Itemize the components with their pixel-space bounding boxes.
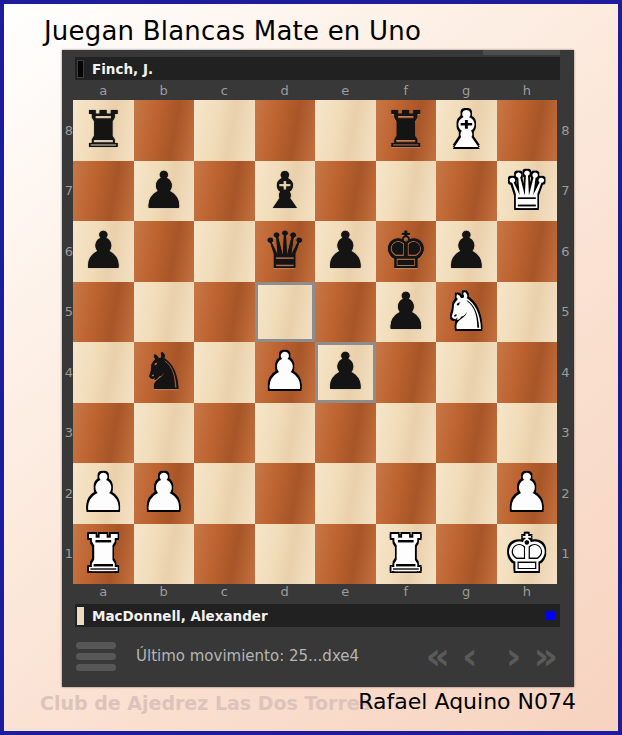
white-bishop-g8[interactable]: ♝ (443, 100, 489, 160)
square-f4[interactable] (376, 342, 437, 403)
coord-label-a: a (73, 584, 134, 601)
white-knight-g5[interactable]: ♞ (443, 282, 489, 342)
square-b8[interactable] (134, 100, 195, 161)
coord-label-e: e (315, 584, 376, 601)
square-h8[interactable] (497, 100, 558, 161)
coord-label-6: 6 (62, 244, 73, 259)
black-side-indicator (77, 60, 84, 78)
nav-first-button[interactable]: « (426, 637, 451, 675)
square-c4[interactable] (194, 342, 255, 403)
square-e4[interactable]: ♟ (315, 342, 376, 403)
black-queen-d6[interactable]: ♛ (262, 221, 308, 281)
file-labels-top: abcdefgh (73, 80, 557, 100)
square-g7[interactable] (436, 161, 497, 222)
black-rook-a8[interactable]: ♜ (80, 100, 126, 160)
panel-top-strip (483, 50, 560, 55)
square-f7[interactable] (376, 161, 437, 222)
square-g3[interactable] (436, 403, 497, 464)
coord-label-4: 4 (62, 365, 73, 380)
square-g5[interactable]: ♞ (436, 282, 497, 343)
square-f2[interactable] (376, 463, 437, 524)
square-b3[interactable] (134, 403, 195, 464)
nav-previous-button[interactable]: ‹ (462, 637, 478, 675)
coord-label-e: e (315, 80, 376, 102)
coord-label-1: 1 (62, 546, 73, 561)
coord-label-b: b (134, 584, 195, 601)
white-pawn-d4[interactable]: ♟ (262, 342, 308, 402)
coord-label-h: h (497, 584, 558, 601)
square-a8[interactable]: ♜ (73, 100, 134, 161)
square-g6[interactable]: ♟ (436, 221, 497, 282)
white-pawn-a2[interactable]: ♟ (80, 463, 126, 523)
black-rook-f8[interactable]: ♜ (383, 100, 429, 160)
club-watermark: Club de Ajedrez Las Dos Torres (40, 692, 371, 714)
coord-label-8: 8 (557, 123, 574, 138)
coord-label-f: f (376, 584, 437, 601)
white-pawn-h2[interactable]: ♟ (504, 463, 550, 523)
square-h6[interactable] (497, 221, 558, 282)
black-bishop-d7[interactable]: ♝ (262, 161, 308, 221)
square-g4[interactable] (436, 342, 497, 403)
white-side-indicator (77, 607, 84, 625)
square-h4[interactable] (497, 342, 558, 403)
square-c5[interactable] (194, 282, 255, 343)
move-bar: Último movimiento: 25...dxe4 « ‹ › » (62, 630, 574, 682)
square-f5[interactable]: ♟ (376, 282, 437, 343)
square-a4[interactable] (73, 342, 134, 403)
coord-label-5: 5 (557, 304, 574, 319)
square-e7[interactable] (315, 161, 376, 222)
page-title: Juegan Blancas Mate en Uno (44, 16, 421, 46)
black-knight-b4[interactable]: ♞ (141, 342, 187, 402)
coord-label-d: d (255, 80, 316, 102)
square-a1[interactable]: ♜ (73, 524, 134, 585)
square-b5[interactable] (134, 282, 195, 343)
square-a3[interactable] (73, 403, 134, 464)
black-pawn-g6[interactable]: ♟ (443, 221, 489, 281)
square-h5[interactable] (497, 282, 558, 343)
turn-indicator (546, 611, 555, 620)
coord-label-h: h (497, 80, 558, 102)
square-a7[interactable] (73, 161, 134, 222)
black-player-name: Finch, J. (92, 61, 153, 77)
square-b1[interactable] (134, 524, 195, 585)
coord-label-3: 3 (557, 425, 574, 440)
square-e6[interactable]: ♟ (315, 221, 376, 282)
square-h7[interactable]: ♛ (497, 161, 558, 222)
square-g8[interactable]: ♝ (436, 100, 497, 161)
coord-label-2: 2 (62, 486, 73, 501)
white-queen-h7[interactable]: ♛ (504, 161, 550, 221)
puzzle-card: Juegan Blancas Mate en Uno Finch, J. abc… (0, 0, 622, 735)
white-rook-f1[interactable]: ♜ (383, 524, 429, 584)
author-credit: Rafael Aquino N074 (358, 689, 576, 714)
square-a2[interactable]: ♟ (73, 463, 134, 524)
square-c3[interactable] (194, 403, 255, 464)
square-g1[interactable] (436, 524, 497, 585)
square-e2[interactable] (315, 463, 376, 524)
coord-label-c: c (194, 584, 255, 601)
coord-label-8: 8 (62, 123, 73, 138)
move-navigation: « ‹ › » (426, 637, 558, 675)
square-a6[interactable]: ♟ (73, 221, 134, 282)
square-d1[interactable] (255, 524, 316, 585)
nav-next-button[interactable]: › (506, 637, 522, 675)
black-pawn-f5[interactable]: ♟ (383, 282, 429, 342)
white-pawn-b2[interactable]: ♟ (141, 463, 187, 523)
file-labels-bottom: abcdefgh (73, 584, 557, 601)
player-bar-white: MacDonnell, Alexander (75, 604, 560, 627)
square-d2[interactable] (255, 463, 316, 524)
square-c2[interactable] (194, 463, 255, 524)
coord-label-a: a (73, 80, 134, 102)
coord-label-7: 7 (557, 183, 574, 198)
coord-label-3: 3 (62, 425, 73, 440)
coord-label-1: 1 (557, 546, 574, 561)
square-c6[interactable] (194, 221, 255, 282)
square-e3[interactable] (315, 403, 376, 464)
square-c8[interactable] (194, 100, 255, 161)
nav-last-button[interactable]: » (533, 637, 558, 675)
coord-label-d: d (255, 584, 316, 601)
rank-labels-right: 87654321 (557, 100, 574, 584)
square-f3[interactable] (376, 403, 437, 464)
last-move-label: Último movimiento: 25...dxe4 (136, 647, 359, 665)
rank-labels-left: 87654321 (62, 100, 73, 584)
menu-icon[interactable] (76, 642, 116, 671)
square-b2[interactable]: ♟ (134, 463, 195, 524)
square-d8[interactable] (255, 100, 316, 161)
square-f8[interactable]: ♜ (376, 100, 437, 161)
chess-panel: Finch, J. abcdefgh 87654321 ♜♜♝♟♝♛♟♛♟♚♟♟… (62, 50, 574, 687)
square-f6[interactable]: ♚ (376, 221, 437, 282)
player-bar-black: Finch, J. (75, 57, 560, 80)
square-d3[interactable] (255, 403, 316, 464)
black-pawn-a6[interactable]: ♟ (80, 221, 126, 281)
black-pawn-b7[interactable]: ♟ (141, 161, 187, 221)
square-b7[interactable]: ♟ (134, 161, 195, 222)
square-b6[interactable] (134, 221, 195, 282)
square-c7[interactable] (194, 161, 255, 222)
square-h3[interactable] (497, 403, 558, 464)
square-g2[interactable] (436, 463, 497, 524)
coord-label-c: c (194, 80, 255, 102)
black-pawn-e4[interactable]: ♟ (322, 342, 368, 402)
coord-label-6: 6 (557, 244, 574, 259)
square-e5[interactable] (315, 282, 376, 343)
coord-label-g: g (436, 80, 497, 102)
white-player-name: MacDonnell, Alexander (92, 608, 268, 624)
square-e1[interactable] (315, 524, 376, 585)
square-c1[interactable] (194, 524, 255, 585)
black-pawn-e6[interactable]: ♟ (322, 221, 368, 281)
square-a5[interactable] (73, 282, 134, 343)
black-king-f6[interactable]: ♚ (383, 221, 429, 281)
coord-label-f: f (376, 80, 437, 102)
board-strip: 87654321 ♜♜♝♟♝♛♟♛♟♚♟♟♞♞♟♟♟♟♟♜♜♚ 87654321 (62, 100, 574, 584)
coord-label-g: g (436, 584, 497, 601)
square-d6[interactable]: ♛ (255, 221, 316, 282)
square-f1[interactable]: ♜ (376, 524, 437, 585)
square-d4[interactable]: ♟ (255, 342, 316, 403)
square-h1[interactable]: ♚ (497, 524, 558, 585)
square-d7[interactable]: ♝ (255, 161, 316, 222)
square-d5[interactable] (255, 282, 316, 343)
chess-board: ♜♜♝♟♝♛♟♛♟♚♟♟♞♞♟♟♟♟♟♜♜♚ (73, 100, 557, 584)
square-h2[interactable]: ♟ (497, 463, 558, 524)
square-e8[interactable] (315, 100, 376, 161)
coord-label-5: 5 (62, 304, 73, 319)
white-rook-a1[interactable]: ♜ (80, 524, 126, 584)
coord-label-2: 2 (557, 486, 574, 501)
square-b4[interactable]: ♞ (134, 342, 195, 403)
coord-label-7: 7 (62, 183, 73, 198)
coord-label-b: b (134, 80, 195, 102)
coord-label-4: 4 (557, 365, 574, 380)
white-king-h1[interactable]: ♚ (504, 524, 550, 584)
